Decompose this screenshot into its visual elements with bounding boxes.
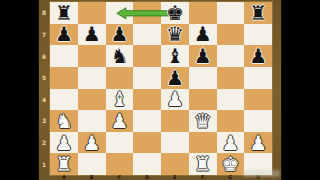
square-a2[interactable]: ♟ — [50, 132, 78, 154]
square-f6[interactable]: ♟ — [189, 45, 217, 67]
square-b7[interactable]: ♟ — [78, 24, 106, 46]
piece-black-rook[interactable]: ♜ — [249, 3, 267, 23]
square-f8[interactable] — [189, 2, 217, 24]
piece-white-pawn[interactable]: ♟ — [166, 89, 184, 109]
square-c8[interactable] — [106, 2, 134, 24]
rank-label-1: 1 — [38, 153, 50, 175]
square-d1[interactable] — [133, 153, 161, 175]
square-c6[interactable]: ♞ — [106, 45, 134, 67]
square-b2[interactable]: ♟ — [78, 132, 106, 154]
piece-white-queen[interactable]: ♛ — [194, 111, 212, 131]
piece-black-knight[interactable]: ♞ — [110, 46, 128, 66]
square-c5[interactable] — [106, 67, 134, 89]
rank-label-4: 4 — [38, 89, 50, 111]
rank-label-6: 6 — [38, 45, 50, 67]
file-label-g: G — [217, 174, 245, 180]
square-g6[interactable] — [217, 45, 245, 67]
square-h7[interactable] — [244, 24, 272, 46]
piece-white-knight[interactable]: ♞ — [55, 111, 73, 131]
piece-black-pawn[interactable]: ♟ — [166, 68, 184, 88]
square-h8[interactable]: ♜ — [244, 2, 272, 24]
video-frame: 87654321 ♜♚♜♟♟♟♛♟♞♝♟♟♟♝♟♞♟♛♟♟♟♟♜♜♚ ABCDE… — [0, 0, 320, 180]
square-g3[interactable] — [217, 110, 245, 132]
chess-board[interactable]: ♜♚♜♟♟♟♛♟♞♝♟♟♟♝♟♞♟♛♟♟♟♟♜♜♚ — [50, 2, 272, 175]
square-g7[interactable] — [217, 24, 245, 46]
square-e7[interactable]: ♛ — [161, 24, 189, 46]
square-a5[interactable] — [50, 67, 78, 89]
piece-white-pawn[interactable]: ♟ — [249, 133, 267, 153]
square-d6[interactable] — [133, 45, 161, 67]
piece-white-pawn[interactable]: ♟ — [221, 133, 239, 153]
square-d5[interactable] — [133, 67, 161, 89]
piece-white-bishop[interactable]: ♝ — [110, 89, 128, 109]
rank-label-7: 7 — [38, 24, 50, 46]
piece-black-king[interactable]: ♚ — [166, 3, 184, 23]
square-h4[interactable] — [244, 89, 272, 111]
square-d4[interactable] — [133, 89, 161, 111]
square-a8[interactable]: ♜ — [50, 2, 78, 24]
square-c1[interactable] — [106, 153, 134, 175]
square-e1[interactable] — [161, 153, 189, 175]
piece-white-pawn[interactable]: ♟ — [83, 133, 101, 153]
square-d2[interactable] — [133, 132, 161, 154]
square-d7[interactable] — [133, 24, 161, 46]
piece-white-rook[interactable]: ♜ — [194, 154, 212, 174]
piece-black-pawn[interactable]: ♟ — [110, 24, 128, 44]
square-e2[interactable] — [161, 132, 189, 154]
rank-label-2: 2 — [38, 132, 50, 154]
piece-black-pawn[interactable]: ♟ — [83, 24, 101, 44]
square-f1[interactable]: ♜ — [189, 153, 217, 175]
square-h3[interactable] — [244, 110, 272, 132]
square-d8[interactable] — [133, 2, 161, 24]
square-a3[interactable]: ♞ — [50, 110, 78, 132]
square-a6[interactable] — [50, 45, 78, 67]
square-f5[interactable] — [189, 67, 217, 89]
piece-black-rook[interactable]: ♜ — [55, 3, 73, 23]
square-b4[interactable] — [78, 89, 106, 111]
piece-black-pawn[interactable]: ♟ — [249, 46, 267, 66]
piece-black-pawn[interactable]: ♟ — [194, 46, 212, 66]
square-f2[interactable] — [189, 132, 217, 154]
file-label-c: C — [106, 174, 134, 180]
square-e8[interactable]: ♚ — [161, 2, 189, 24]
square-g8[interactable] — [217, 2, 245, 24]
square-c2[interactable] — [106, 132, 134, 154]
piece-white-pawn[interactable]: ♟ — [110, 111, 128, 131]
piece-black-pawn[interactable]: ♟ — [194, 24, 212, 44]
square-c3[interactable]: ♟ — [106, 110, 134, 132]
file-label-b: B — [78, 174, 106, 180]
file-labels: ABCDEFGH — [50, 174, 272, 180]
square-g1[interactable]: ♚ — [217, 153, 245, 175]
square-e6[interactable]: ♝ — [161, 45, 189, 67]
square-f4[interactable] — [189, 89, 217, 111]
square-c7[interactable]: ♟ — [106, 24, 134, 46]
square-b8[interactable] — [78, 2, 106, 24]
square-b3[interactable] — [78, 110, 106, 132]
square-e4[interactable]: ♟ — [161, 89, 189, 111]
rank-label-8: 8 — [38, 2, 50, 24]
square-g2[interactable]: ♟ — [217, 132, 245, 154]
piece-black-pawn[interactable]: ♟ — [55, 24, 73, 44]
piece-black-queen[interactable]: ♛ — [166, 24, 184, 44]
square-b5[interactable] — [78, 67, 106, 89]
piece-white-rook[interactable]: ♜ — [55, 154, 73, 174]
square-a4[interactable] — [50, 89, 78, 111]
file-label-e: E — [161, 174, 189, 180]
square-a7[interactable]: ♟ — [50, 24, 78, 46]
square-g4[interactable] — [217, 89, 245, 111]
piece-white-king[interactable]: ♚ — [221, 154, 239, 174]
square-b6[interactable] — [78, 45, 106, 67]
rank-label-3: 3 — [38, 110, 50, 132]
square-c4[interactable]: ♝ — [106, 89, 134, 111]
square-e5[interactable]: ♟ — [161, 67, 189, 89]
rank-labels: 87654321 — [38, 2, 50, 175]
square-h2[interactable]: ♟ — [244, 132, 272, 154]
square-d3[interactable] — [133, 110, 161, 132]
square-h6[interactable]: ♟ — [244, 45, 272, 67]
square-b1[interactable] — [78, 153, 106, 175]
square-f3[interactable]: ♛ — [189, 110, 217, 132]
watermark — [243, 170, 280, 177]
piece-black-bishop[interactable]: ♝ — [166, 46, 184, 66]
rank-label-5: 5 — [38, 67, 50, 89]
square-e3[interactable] — [161, 110, 189, 132]
piece-white-pawn[interactable]: ♟ — [55, 133, 73, 153]
square-f7[interactable]: ♟ — [189, 24, 217, 46]
square-h5[interactable] — [244, 67, 272, 89]
square-g5[interactable] — [217, 67, 245, 89]
file-label-a: A — [50, 174, 78, 180]
file-label-d: D — [133, 174, 161, 180]
file-label-f: F — [189, 174, 217, 180]
square-a1[interactable]: ♜ — [50, 153, 78, 175]
